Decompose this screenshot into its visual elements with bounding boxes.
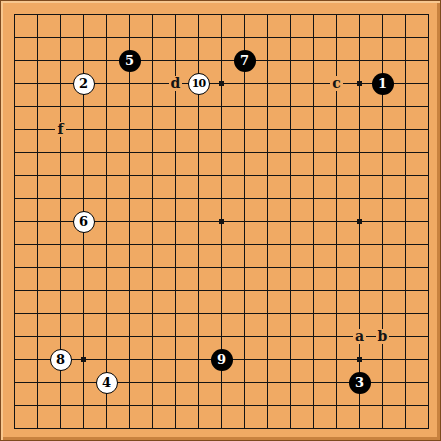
intersection-R16: 1 xyxy=(371,72,394,95)
intersection-M3 xyxy=(256,371,279,394)
intersection-B13 xyxy=(26,141,49,164)
intersection-F8 xyxy=(118,256,141,279)
intersection-L19 xyxy=(233,3,256,26)
intersection-R11 xyxy=(371,187,394,210)
intersection-O13 xyxy=(302,141,325,164)
black-stone-Q3: 3 xyxy=(349,372,371,394)
intersection-C5 xyxy=(49,325,72,348)
intersection-R10 xyxy=(371,210,394,233)
intersection-F18 xyxy=(118,26,141,49)
intersection-R4 xyxy=(371,348,394,371)
intersection-N6 xyxy=(279,302,302,325)
intersection-T2 xyxy=(417,394,440,417)
intersection-A13 xyxy=(3,141,26,164)
intersection-P18 xyxy=(325,26,348,49)
intersection-E4 xyxy=(95,348,118,371)
intersection-N13 xyxy=(279,141,302,164)
intersection-O15 xyxy=(302,95,325,118)
intersection-T14 xyxy=(417,118,440,141)
intersection-N14 xyxy=(279,118,302,141)
intersection-D3 xyxy=(72,371,95,394)
intersection-T8 xyxy=(417,256,440,279)
intersection-B10 xyxy=(26,210,49,233)
intersection-R2 xyxy=(371,394,394,417)
intersection-A6 xyxy=(3,302,26,325)
intersection-Q14 xyxy=(348,118,371,141)
point-label-c: c xyxy=(330,76,343,91)
intersection-S18 xyxy=(394,26,417,49)
intersection-N5 xyxy=(279,325,302,348)
intersection-K7 xyxy=(210,279,233,302)
intersection-L15 xyxy=(233,95,256,118)
intersection-O17 xyxy=(302,49,325,72)
intersection-N16 xyxy=(279,72,302,95)
intersection-F10 xyxy=(118,210,141,233)
intersection-R7 xyxy=(371,279,394,302)
intersection-O7 xyxy=(302,279,325,302)
intersection-K16 xyxy=(210,72,233,95)
intersection-T5 xyxy=(417,325,440,348)
intersection-J8 xyxy=(187,256,210,279)
intersection-L3 xyxy=(233,371,256,394)
intersection-O2 xyxy=(302,394,325,417)
intersection-D14 xyxy=(72,118,95,141)
intersection-R17 xyxy=(371,49,394,72)
intersection-K2 xyxy=(210,394,233,417)
intersection-Q11 xyxy=(348,187,371,210)
intersection-K15 xyxy=(210,95,233,118)
intersection-A7 xyxy=(3,279,26,302)
black-stone-R16: 1 xyxy=(372,73,394,95)
intersection-A14 xyxy=(3,118,26,141)
intersection-L5 xyxy=(233,325,256,348)
intersection-A10 xyxy=(3,210,26,233)
intersection-H14 xyxy=(164,118,187,141)
intersection-F7 xyxy=(118,279,141,302)
intersection-E1 xyxy=(95,417,118,440)
intersection-D13 xyxy=(72,141,95,164)
intersection-S5 xyxy=(394,325,417,348)
intersection-E7 xyxy=(95,279,118,302)
intersection-K9 xyxy=(210,233,233,256)
intersection-O14 xyxy=(302,118,325,141)
intersection-H6 xyxy=(164,302,187,325)
intersection-H15 xyxy=(164,95,187,118)
intersection-B9 xyxy=(26,233,49,256)
intersection-E13 xyxy=(95,141,118,164)
intersection-G5 xyxy=(141,325,164,348)
intersection-Q18 xyxy=(348,26,371,49)
intersection-K14 xyxy=(210,118,233,141)
intersection-B16 xyxy=(26,72,49,95)
white-stone-J16: 10 xyxy=(188,73,210,95)
intersection-E19 xyxy=(95,3,118,26)
intersection-J17 xyxy=(187,49,210,72)
intersection-D7 xyxy=(72,279,95,302)
intersection-P14 xyxy=(325,118,348,141)
intersection-S4 xyxy=(394,348,417,371)
intersection-F13 xyxy=(118,141,141,164)
intersection-G9 xyxy=(141,233,164,256)
intersection-T12 xyxy=(417,164,440,187)
intersection-B3 xyxy=(26,371,49,394)
intersection-R5: b xyxy=(371,325,394,348)
intersection-A17 xyxy=(3,49,26,72)
intersection-K12 xyxy=(210,164,233,187)
intersection-C4: 8 xyxy=(49,348,72,371)
intersection-P16: c xyxy=(325,72,348,95)
intersection-S13 xyxy=(394,141,417,164)
intersection-H17 xyxy=(164,49,187,72)
white-stone-D16: 2 xyxy=(73,73,95,95)
intersection-T19 xyxy=(417,3,440,26)
intersection-G1 xyxy=(141,417,164,440)
intersection-M15 xyxy=(256,95,279,118)
intersection-J4 xyxy=(187,348,210,371)
intersection-D18 xyxy=(72,26,95,49)
intersection-M16 xyxy=(256,72,279,95)
intersection-J6 xyxy=(187,302,210,325)
intersection-S3 xyxy=(394,371,417,394)
intersection-G2 xyxy=(141,394,164,417)
intersection-J3 xyxy=(187,371,210,394)
intersection-R6 xyxy=(371,302,394,325)
intersection-H18 xyxy=(164,26,187,49)
intersection-O12 xyxy=(302,164,325,187)
intersection-C17 xyxy=(49,49,72,72)
intersection-P2 xyxy=(325,394,348,417)
intersection-M14 xyxy=(256,118,279,141)
intersection-L11 xyxy=(233,187,256,210)
intersection-T9 xyxy=(417,233,440,256)
intersection-D12 xyxy=(72,164,95,187)
intersection-C18 xyxy=(49,26,72,49)
intersection-Q8 xyxy=(348,256,371,279)
intersection-L12 xyxy=(233,164,256,187)
intersection-H5 xyxy=(164,325,187,348)
intersection-Q9 xyxy=(348,233,371,256)
point-label-b: b xyxy=(376,329,390,344)
star-point-icon xyxy=(81,357,86,362)
intersection-N15 xyxy=(279,95,302,118)
intersection-R15 xyxy=(371,95,394,118)
intersection-D5 xyxy=(72,325,95,348)
intersection-P17 xyxy=(325,49,348,72)
stone-move-number: 2 xyxy=(79,77,88,90)
stone-move-number: 8 xyxy=(56,353,65,366)
stone-move-number: 6 xyxy=(79,215,88,228)
intersection-H3 xyxy=(164,371,187,394)
intersection-L13 xyxy=(233,141,256,164)
intersection-N19 xyxy=(279,3,302,26)
intersection-C12 xyxy=(49,164,72,187)
stone-move-number: 9 xyxy=(217,353,226,366)
intersection-M10 xyxy=(256,210,279,233)
intersection-F9 xyxy=(118,233,141,256)
intersection-P13 xyxy=(325,141,348,164)
intersection-J12 xyxy=(187,164,210,187)
intersection-D11 xyxy=(72,187,95,210)
intersection-F17: 5 xyxy=(118,49,141,72)
intersection-M7 xyxy=(256,279,279,302)
point-label-a: a xyxy=(353,329,366,344)
intersection-T16 xyxy=(417,72,440,95)
intersection-G13 xyxy=(141,141,164,164)
intersection-C7 xyxy=(49,279,72,302)
intersection-Q6 xyxy=(348,302,371,325)
intersection-S14 xyxy=(394,118,417,141)
intersection-T6 xyxy=(417,302,440,325)
intersection-O8 xyxy=(302,256,325,279)
intersection-P9 xyxy=(325,233,348,256)
intersection-A1 xyxy=(3,417,26,440)
intersection-B19 xyxy=(26,3,49,26)
intersection-F15 xyxy=(118,95,141,118)
intersection-E3: 4 xyxy=(95,371,118,394)
intersection-G18 xyxy=(141,26,164,49)
intersection-H10 xyxy=(164,210,187,233)
intersection-C16 xyxy=(49,72,72,95)
stone-move-number: 10 xyxy=(192,78,205,89)
intersection-N7 xyxy=(279,279,302,302)
intersection-L2 xyxy=(233,394,256,417)
intersection-D9 xyxy=(72,233,95,256)
intersection-D17 xyxy=(72,49,95,72)
intersection-L18 xyxy=(233,26,256,49)
intersection-T1 xyxy=(417,417,440,440)
intersection-G19 xyxy=(141,3,164,26)
intersection-J14 xyxy=(187,118,210,141)
intersection-J10 xyxy=(187,210,210,233)
intersection-E14 xyxy=(95,118,118,141)
intersection-Q19 xyxy=(348,3,371,26)
intersection-R13 xyxy=(371,141,394,164)
intersection-M11 xyxy=(256,187,279,210)
intersection-F11 xyxy=(118,187,141,210)
intersection-B1 xyxy=(26,417,49,440)
intersection-S19 xyxy=(394,3,417,26)
star-point-icon xyxy=(357,357,362,362)
intersection-F3 xyxy=(118,371,141,394)
intersection-E18 xyxy=(95,26,118,49)
intersection-B5 xyxy=(26,325,49,348)
intersection-M18 xyxy=(256,26,279,49)
intersection-J1 xyxy=(187,417,210,440)
intersection-Q17 xyxy=(348,49,371,72)
intersection-S6 xyxy=(394,302,417,325)
intersection-M8 xyxy=(256,256,279,279)
intersection-R18 xyxy=(371,26,394,49)
intersection-F1 xyxy=(118,417,141,440)
intersection-H12 xyxy=(164,164,187,187)
white-stone-D10: 6 xyxy=(73,211,95,233)
intersection-R1 xyxy=(371,417,394,440)
intersection-K1 xyxy=(210,417,233,440)
intersection-B4 xyxy=(26,348,49,371)
intersection-C1 xyxy=(49,417,72,440)
intersection-K19 xyxy=(210,3,233,26)
intersection-N12 xyxy=(279,164,302,187)
intersection-F2 xyxy=(118,394,141,417)
intersection-Q16 xyxy=(348,72,371,95)
stone-move-number: 5 xyxy=(125,54,134,67)
intersection-Q7 xyxy=(348,279,371,302)
intersection-F12 xyxy=(118,164,141,187)
intersection-H4 xyxy=(164,348,187,371)
intersection-L7 xyxy=(233,279,256,302)
star-point-icon xyxy=(357,219,362,224)
intersection-A8 xyxy=(3,256,26,279)
intersection-A18 xyxy=(3,26,26,49)
intersection-P1 xyxy=(325,417,348,440)
intersection-O18 xyxy=(302,26,325,49)
intersection-S2 xyxy=(394,394,417,417)
intersection-E15 xyxy=(95,95,118,118)
intersection-H1 xyxy=(164,417,187,440)
white-stone-C4: 8 xyxy=(50,349,72,371)
go-board: 572d10c1f6ab8943 xyxy=(3,3,440,440)
point-label-d: d xyxy=(169,76,183,91)
intersection-H13 xyxy=(164,141,187,164)
intersection-O6 xyxy=(302,302,325,325)
intersection-S15 xyxy=(394,95,417,118)
intersection-M13 xyxy=(256,141,279,164)
intersection-C2 xyxy=(49,394,72,417)
intersection-E12 xyxy=(95,164,118,187)
intersection-P3 xyxy=(325,371,348,394)
intersection-A12 xyxy=(3,164,26,187)
intersection-B6 xyxy=(26,302,49,325)
intersection-T10 xyxy=(417,210,440,233)
intersection-J18 xyxy=(187,26,210,49)
intersection-N1 xyxy=(279,417,302,440)
intersection-B15 xyxy=(26,95,49,118)
intersection-D16: 2 xyxy=(72,72,95,95)
intersection-D6 xyxy=(72,302,95,325)
intersection-L14 xyxy=(233,118,256,141)
intersection-J15 xyxy=(187,95,210,118)
intersection-G12 xyxy=(141,164,164,187)
intersection-N4 xyxy=(279,348,302,371)
intersection-G3 xyxy=(141,371,164,394)
intersection-A2 xyxy=(3,394,26,417)
intersection-D1 xyxy=(72,417,95,440)
intersection-A11 xyxy=(3,187,26,210)
intersection-L17: 7 xyxy=(233,49,256,72)
intersection-B18 xyxy=(26,26,49,49)
intersection-E11 xyxy=(95,187,118,210)
intersection-H8 xyxy=(164,256,187,279)
intersection-T18 xyxy=(417,26,440,49)
intersection-C3 xyxy=(49,371,72,394)
intersection-S7 xyxy=(394,279,417,302)
intersection-B7 xyxy=(26,279,49,302)
intersection-A3 xyxy=(3,371,26,394)
intersection-M4 xyxy=(256,348,279,371)
intersection-M1 xyxy=(256,417,279,440)
intersection-K5 xyxy=(210,325,233,348)
intersection-E9 xyxy=(95,233,118,256)
intersection-J16: 10 xyxy=(187,72,210,95)
intersection-R14 xyxy=(371,118,394,141)
intersection-R9 xyxy=(371,233,394,256)
intersection-K17 xyxy=(210,49,233,72)
intersection-D15 xyxy=(72,95,95,118)
intersection-C13 xyxy=(49,141,72,164)
intersection-S9 xyxy=(394,233,417,256)
intersection-A5 xyxy=(3,325,26,348)
intersection-T3 xyxy=(417,371,440,394)
intersection-B17 xyxy=(26,49,49,72)
intersection-Q13 xyxy=(348,141,371,164)
intersection-H11 xyxy=(164,187,187,210)
intersection-Q1 xyxy=(348,417,371,440)
intersection-L9 xyxy=(233,233,256,256)
intersection-O3 xyxy=(302,371,325,394)
intersection-Q10 xyxy=(348,210,371,233)
intersection-M12 xyxy=(256,164,279,187)
intersection-G8 xyxy=(141,256,164,279)
intersection-C6 xyxy=(49,302,72,325)
intersection-T7 xyxy=(417,279,440,302)
intersection-F16 xyxy=(118,72,141,95)
intersection-G4 xyxy=(141,348,164,371)
intersection-T4 xyxy=(417,348,440,371)
intersection-D8 xyxy=(72,256,95,279)
intersection-J11 xyxy=(187,187,210,210)
intersection-N18 xyxy=(279,26,302,49)
stone-move-number: 3 xyxy=(355,376,364,389)
white-stone-E3: 4 xyxy=(96,372,118,394)
intersection-D10: 6 xyxy=(72,210,95,233)
intersection-F19 xyxy=(118,3,141,26)
intersection-D2 xyxy=(72,394,95,417)
intersection-G10 xyxy=(141,210,164,233)
intersection-B12 xyxy=(26,164,49,187)
intersection-Q2 xyxy=(348,394,371,417)
intersection-Q12 xyxy=(348,164,371,187)
intersection-M17 xyxy=(256,49,279,72)
intersection-N3 xyxy=(279,371,302,394)
intersection-H7 xyxy=(164,279,187,302)
intersection-B14 xyxy=(26,118,49,141)
stone-move-number: 1 xyxy=(378,77,387,90)
intersection-B2 xyxy=(26,394,49,417)
intersection-E6 xyxy=(95,302,118,325)
intersection-O10 xyxy=(302,210,325,233)
intersection-H2 xyxy=(164,394,187,417)
intersection-O1 xyxy=(302,417,325,440)
intersection-K4: 9 xyxy=(210,348,233,371)
intersection-J7 xyxy=(187,279,210,302)
intersection-T11 xyxy=(417,187,440,210)
stone-move-number: 4 xyxy=(102,376,111,389)
intersection-N10 xyxy=(279,210,302,233)
intersection-R19 xyxy=(371,3,394,26)
intersection-P6 xyxy=(325,302,348,325)
point-label-f: f xyxy=(55,122,65,137)
intersection-C10 xyxy=(49,210,72,233)
intersection-D19 xyxy=(72,3,95,26)
black-stone-L17: 7 xyxy=(234,50,256,72)
intersection-F4 xyxy=(118,348,141,371)
intersection-B8 xyxy=(26,256,49,279)
intersection-K13 xyxy=(210,141,233,164)
intersection-E5 xyxy=(95,325,118,348)
intersection-S11 xyxy=(394,187,417,210)
intersection-B11 xyxy=(26,187,49,210)
intersection-J19 xyxy=(187,3,210,26)
